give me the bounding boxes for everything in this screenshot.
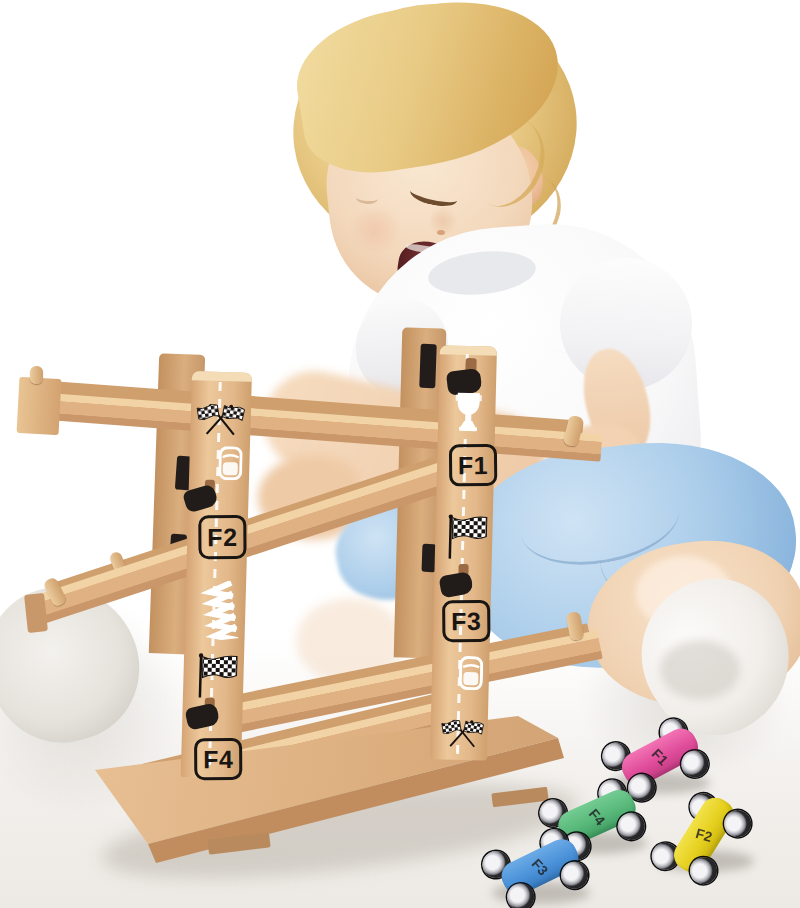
crossed-flags-icon: [438, 717, 487, 748]
front-post-right: F1 F3: [430, 345, 497, 760]
crossed-flags-icon: [193, 401, 248, 436]
child-nostril: [437, 230, 445, 235]
car-icon: [218, 446, 243, 481]
toy-car-f3-blue: F3: [488, 832, 592, 902]
front-post-left: F2 F4: [181, 371, 252, 779]
bracket-clip-3: [419, 344, 437, 389]
post-label-f1: F1: [449, 444, 497, 487]
child-right-sock-shade: [660, 640, 740, 700]
flag-icon: [441, 511, 492, 562]
scene-photo: F2 F4: [0, 0, 800, 908]
trophy-icon: [452, 392, 485, 437]
chevrons-icon: [199, 580, 241, 642]
child-cheek-blush: [348, 210, 402, 250]
toy-car-f2-yellow: F2: [652, 800, 756, 870]
ramp1-end-stop: [17, 377, 62, 435]
post-label-f2: F2: [198, 515, 246, 559]
flag-icon: [191, 651, 242, 700]
post-label-f3: F3: [442, 600, 490, 643]
ramp1-endstop-dowel: [30, 366, 43, 384]
ramp2-end-cap: [24, 593, 48, 633]
car-icon: [459, 656, 484, 691]
post-label-f4: F4: [194, 738, 242, 780]
post-left-top-face: [192, 371, 252, 382]
